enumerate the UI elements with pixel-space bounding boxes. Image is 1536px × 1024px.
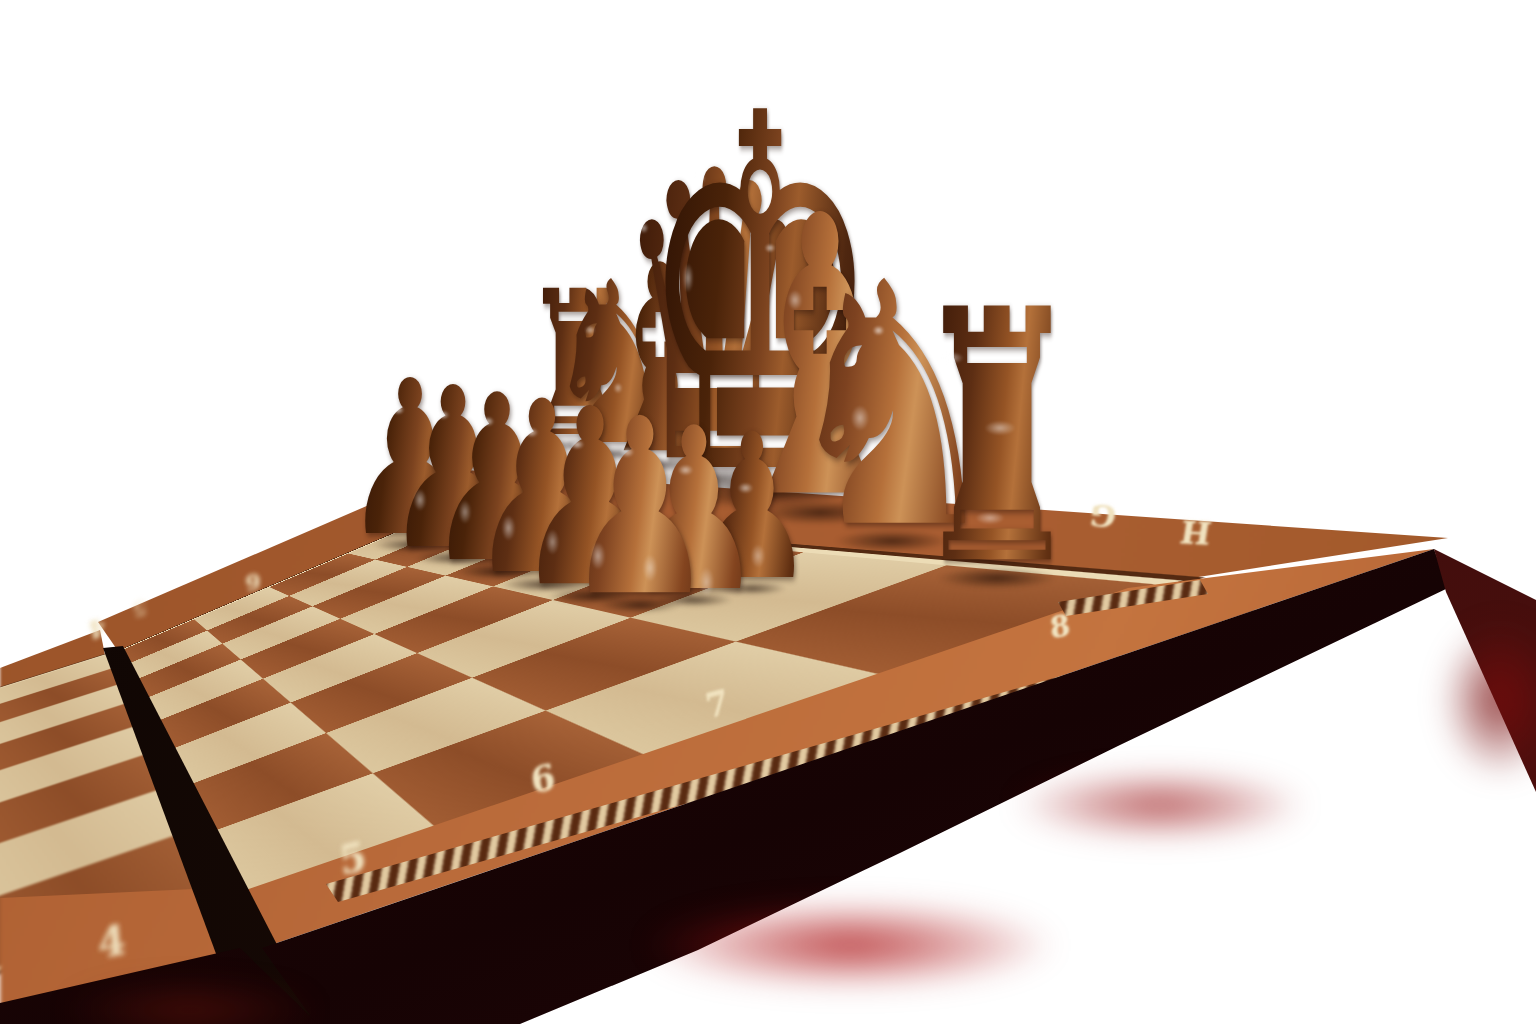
specular-highlight <box>935 351 965 365</box>
specular-highlight <box>787 289 803 311</box>
specular-highlight <box>642 553 658 583</box>
specular-highlight <box>872 325 885 336</box>
specular-highlight <box>569 439 585 450</box>
specular-highlight <box>974 511 1006 525</box>
specular-highlight <box>983 420 1017 436</box>
specular-highlight <box>524 427 539 438</box>
specular-highlight <box>764 243 776 253</box>
specular-highlight <box>850 404 870 432</box>
piece-f7-pawn[interactable]: ♟ <box>564 387 716 630</box>
specular-highlight <box>638 222 649 234</box>
specular-highlight <box>413 488 427 512</box>
specular-highlight <box>480 416 495 427</box>
chess-product-photo: 56784456GH ♜♞♝♛♚♝♞♟♟♟♜♟♟♟♟♟ <box>0 0 1536 1024</box>
specular-highlight <box>694 171 706 185</box>
specular-highlight <box>619 446 635 458</box>
specular-highlight <box>501 514 516 542</box>
specular-highlight <box>590 541 606 571</box>
specular-highlight <box>698 566 715 598</box>
side-glow <box>1440 620 1536 780</box>
specular-highlight <box>436 410 450 420</box>
piece-h8-rook[interactable]: ♜ <box>911 266 1082 613</box>
specular-highlight <box>584 325 596 335</box>
specular-highlight <box>677 464 694 476</box>
specular-highlight <box>682 262 694 294</box>
side-glow <box>1010 770 1310 840</box>
side-glow <box>640 900 1060 990</box>
specular-highlight <box>750 543 766 569</box>
coord-label-H: H <box>1164 514 1229 549</box>
specular-highlight <box>737 482 754 494</box>
specular-highlight <box>391 405 405 415</box>
specular-highlight <box>458 499 472 525</box>
specular-highlight <box>545 528 560 556</box>
specular-highlight <box>613 382 623 394</box>
